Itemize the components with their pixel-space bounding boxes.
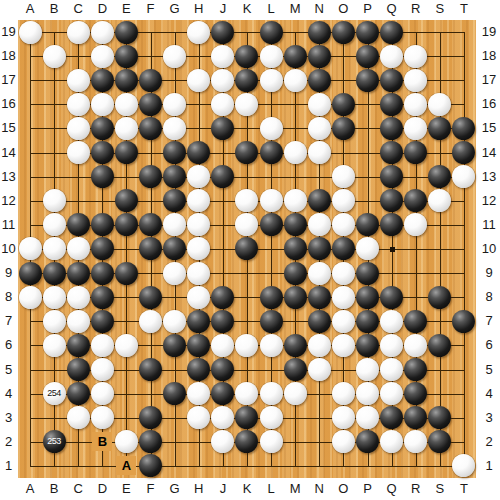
coordinate-label: 8 [479, 289, 499, 305]
coordinate-label: F [139, 1, 163, 17]
white-stone-O4 [332, 382, 355, 405]
black-stone-H6 [187, 334, 210, 357]
black-stone-L14 [260, 141, 283, 164]
white-stone-K4 [235, 382, 258, 405]
black-stone-E17 [115, 69, 138, 92]
black-stone-C4 [67, 382, 90, 405]
black-stone-P8 [356, 286, 379, 309]
white-stone-G7 [163, 310, 186, 333]
point-label-A: A [116, 456, 136, 475]
black-stone-M18 [284, 45, 307, 68]
coordinate-label: O [331, 481, 355, 497]
white-stone-H19 [187, 21, 210, 44]
white-stone-O13 [332, 165, 355, 188]
move-number: 253 [47, 437, 61, 446]
white-stone-H8 [187, 286, 210, 309]
white-stone-B18 [43, 45, 66, 68]
black-stone-L19 [260, 21, 283, 44]
coordinate-label: H [187, 481, 211, 497]
white-stone-O8 [332, 286, 355, 309]
white-stone-N16 [308, 93, 331, 116]
white-stone-R2 [404, 430, 427, 453]
coordinate-label: 6 [0, 337, 17, 353]
black-stone-F16 [139, 93, 162, 116]
black-stone-J13 [211, 165, 234, 188]
white-stone-E6 [115, 334, 138, 357]
black-stone-Q19 [380, 21, 403, 44]
white-stone-T13 [452, 165, 475, 188]
coordinate-label: 17 [479, 72, 499, 88]
white-stone-B6 [43, 334, 66, 357]
black-stone-P7 [356, 310, 379, 333]
white-stone-A10 [19, 237, 42, 260]
white-stone-B4: 254 [43, 382, 66, 405]
coordinate-label: 15 [479, 120, 499, 136]
coordinate-label: 2 [479, 434, 499, 450]
black-stone-R7 [404, 310, 427, 333]
coordinate-label: B [42, 481, 66, 497]
coordinate-label: 10 [0, 241, 17, 257]
black-stone-F11 [139, 213, 162, 236]
black-stone-K2 [235, 430, 258, 453]
coordinate-label: 14 [479, 145, 499, 161]
white-stone-H4 [187, 382, 210, 405]
coordinate-label: 3 [0, 410, 17, 426]
white-stone-J18 [211, 45, 234, 68]
white-stone-N11 [308, 213, 331, 236]
black-stone-M6 [284, 334, 307, 357]
move-number: 254 [47, 389, 61, 398]
white-stone-D16 [91, 93, 114, 116]
black-stone-R4 [404, 382, 427, 405]
black-stone-N8 [308, 286, 331, 309]
coordinate-label: G [163, 1, 187, 17]
black-stone-N10 [308, 237, 331, 260]
white-stone-T1 [452, 454, 475, 477]
coordinate-label: 7 [479, 313, 499, 329]
white-stone-J2 [211, 430, 234, 453]
black-stone-S15 [428, 117, 451, 140]
black-stone-M11 [284, 213, 307, 236]
white-stone-S16 [428, 93, 451, 116]
coordinate-label: T [452, 1, 476, 17]
white-stone-F7 [139, 310, 162, 333]
black-stone-T15 [452, 117, 475, 140]
coordinate-label: E [114, 481, 138, 497]
black-stone-B9 [43, 262, 66, 285]
coordinate-label: 9 [0, 265, 17, 281]
coordinate-label: 18 [479, 48, 499, 64]
white-stone-J17 [211, 69, 234, 92]
white-stone-G9 [163, 262, 186, 285]
white-stone-L4 [260, 382, 283, 405]
white-stone-B12 [43, 189, 66, 212]
black-stone-S8 [428, 286, 451, 309]
black-stone-P11 [356, 213, 379, 236]
black-stone-P6 [356, 334, 379, 357]
coordinate-label: G [163, 481, 187, 497]
black-stone-F10 [139, 237, 162, 260]
white-stone-D19 [91, 21, 114, 44]
black-stone-H7 [187, 310, 210, 333]
black-stone-N12 [308, 189, 331, 212]
black-stone-R5 [404, 358, 427, 381]
white-stone-R18 [404, 45, 427, 68]
coordinate-label: H [187, 1, 211, 17]
black-stone-K3 [235, 406, 258, 429]
coordinate-label: 3 [479, 410, 499, 426]
white-stone-J16 [211, 93, 234, 116]
coordinate-label: 15 [0, 120, 17, 136]
black-stone-Q14 [380, 141, 403, 164]
coordinate-label: 12 [0, 193, 17, 209]
white-stone-N5 [308, 358, 331, 381]
coordinate-label: 11 [479, 217, 499, 233]
black-stone-N18 [308, 45, 331, 68]
white-stone-B7 [43, 310, 66, 333]
black-stone-F15 [139, 117, 162, 140]
coordinate-label: 4 [479, 386, 499, 402]
black-stone-D14 [91, 141, 114, 164]
black-stone-E14 [115, 141, 138, 164]
coordinate-label: K [235, 481, 259, 497]
white-stone-A8 [19, 286, 42, 309]
coordinate-label: 4 [0, 386, 17, 402]
black-stone-E12 [115, 189, 138, 212]
black-stone-Q3 [380, 406, 403, 429]
coordinate-label: O [331, 1, 355, 17]
black-stone-T14 [452, 141, 475, 164]
black-stone-E19 [115, 21, 138, 44]
black-stone-J15 [211, 117, 234, 140]
black-stone-P2 [356, 430, 379, 453]
black-stone-M8 [284, 286, 307, 309]
coordinate-label: R [404, 481, 428, 497]
white-stone-L12 [260, 189, 283, 212]
black-stone-M5 [284, 358, 307, 381]
white-stone-C19 [67, 21, 90, 44]
white-stone-S12 [428, 189, 451, 212]
black-stone-N7 [308, 310, 331, 333]
white-stone-L6 [260, 334, 283, 357]
black-stone-R3 [404, 406, 427, 429]
white-stone-B8 [43, 286, 66, 309]
black-stone-O10 [332, 237, 355, 260]
black-stone-J5 [211, 358, 234, 381]
black-stone-Q12 [380, 189, 403, 212]
black-stone-C5 [67, 358, 90, 381]
coordinate-label: P [356, 1, 380, 17]
white-stone-R15 [404, 117, 427, 140]
black-stone-F3 [139, 406, 162, 429]
white-stone-L2 [260, 430, 283, 453]
white-stone-Q18 [380, 45, 403, 68]
black-stone-S2 [428, 430, 451, 453]
black-stone-N17 [308, 69, 331, 92]
white-stone-O12 [332, 189, 355, 212]
white-stone-K11 [235, 213, 258, 236]
black-stone-G4 [163, 382, 186, 405]
white-stone-H17 [187, 69, 210, 92]
white-stone-K16 [235, 93, 258, 116]
white-stone-Q6 [380, 334, 403, 357]
white-stone-L3 [260, 406, 283, 429]
coordinate-label: 12 [479, 193, 499, 209]
black-stone-S6 [428, 334, 451, 357]
black-stone-T7 [452, 310, 475, 333]
coordinate-label: N [307, 481, 331, 497]
coordinate-label: 8 [0, 289, 17, 305]
black-stone-O16 [332, 93, 355, 116]
white-stone-D4 [91, 382, 114, 405]
black-stone-L11 [260, 213, 283, 236]
coordinate-label: A [18, 481, 42, 497]
coordinate-label: 19 [0, 24, 17, 40]
coordinate-label: P [356, 481, 380, 497]
white-stone-H10 [187, 237, 210, 260]
white-stone-D18 [91, 45, 114, 68]
coordinate-label: 13 [0, 169, 17, 185]
black-stone-F2 [139, 430, 162, 453]
coordinate-label: 1 [0, 458, 17, 474]
coordinate-label: 16 [0, 96, 17, 112]
white-stone-H13 [187, 165, 210, 188]
coordinate-label: 11 [0, 217, 17, 233]
coordinate-label: 6 [479, 337, 499, 353]
go-game-screenshot: 254253BA AABBCCDDEEFFGGHHJJKKLLMMNNOOPPQ… [0, 0, 500, 500]
coordinate-label: A [18, 1, 42, 17]
white-stone-C16 [67, 93, 90, 116]
coordinate-label: C [66, 1, 90, 17]
star-point [390, 247, 395, 252]
black-stone-F17 [139, 69, 162, 92]
black-stone-D7 [91, 310, 114, 333]
white-stone-P5 [356, 358, 379, 381]
black-stone-R12 [404, 189, 427, 212]
white-stone-C8 [67, 286, 90, 309]
black-stone-L8 [260, 286, 283, 309]
black-stone-C6 [67, 334, 90, 357]
black-stone-D17 [91, 69, 114, 92]
white-stone-G15 [163, 117, 186, 140]
black-stone-Q17 [380, 69, 403, 92]
coordinate-label: 13 [479, 169, 499, 185]
white-stone-H11 [187, 213, 210, 236]
black-stone-D9 [91, 262, 114, 285]
black-stone-F13 [139, 165, 162, 188]
coordinate-label: M [283, 1, 307, 17]
coordinate-label: C [66, 481, 90, 497]
white-stone-M17 [284, 69, 307, 92]
white-stone-E15 [115, 117, 138, 140]
coordinate-label: N [307, 1, 331, 17]
coordinate-label: F [139, 481, 163, 497]
white-stone-R17 [404, 69, 427, 92]
black-stone-L7 [260, 310, 283, 333]
black-stone-E18 [115, 45, 138, 68]
black-stone-H5 [187, 358, 210, 381]
white-stone-R11 [404, 213, 427, 236]
coordinate-label: L [259, 481, 283, 497]
black-stone-Q16 [380, 93, 403, 116]
white-stone-Q2 [380, 430, 403, 453]
coordinate-label: J [211, 1, 235, 17]
white-stone-A19 [19, 21, 42, 44]
white-stone-E2 [115, 430, 138, 453]
coordinate-label: S [428, 1, 452, 17]
coordinate-label: J [211, 481, 235, 497]
coordinate-label: T [452, 481, 476, 497]
coordinate-label: 9 [479, 265, 499, 281]
white-stone-D6 [91, 334, 114, 357]
coordinate-label: 5 [0, 362, 17, 378]
white-stone-K6 [235, 334, 258, 357]
black-stone-Q15 [380, 117, 403, 140]
white-stone-K12 [235, 189, 258, 212]
black-stone-S13 [428, 165, 451, 188]
white-stone-Q5 [380, 358, 403, 381]
white-stone-O3 [332, 406, 355, 429]
white-stone-L15 [260, 117, 283, 140]
white-stone-N9 [308, 262, 331, 285]
white-stone-P4 [356, 382, 379, 405]
white-stone-O6 [332, 334, 355, 357]
coordinate-label: 19 [479, 24, 499, 40]
white-stone-L18 [260, 45, 283, 68]
white-stone-L17 [260, 69, 283, 92]
go-board[interactable]: 254253BA [18, 20, 476, 478]
white-stone-H3 [187, 406, 210, 429]
black-stone-K10 [235, 237, 258, 260]
coordinate-label: 2 [0, 434, 17, 450]
coordinate-label: K [235, 1, 259, 17]
black-stone-C9 [67, 262, 90, 285]
black-stone-J4 [211, 382, 234, 405]
white-stone-H9 [187, 262, 210, 285]
black-stone-F5 [139, 358, 162, 381]
coordinate-label: Q [380, 1, 404, 17]
black-stone-M10 [284, 237, 307, 260]
black-stone-K17 [235, 69, 258, 92]
coordinate-label: D [90, 1, 114, 17]
black-stone-K18 [235, 45, 258, 68]
white-stone-C17 [67, 69, 90, 92]
white-stone-G18 [163, 45, 186, 68]
black-stone-P18 [356, 45, 379, 68]
white-stone-N15 [308, 117, 331, 140]
black-stone-J19 [211, 21, 234, 44]
white-stone-P10 [356, 237, 379, 260]
white-stone-M14 [284, 141, 307, 164]
coordinate-label: 17 [0, 72, 17, 88]
coordinate-label: D [90, 481, 114, 497]
black-stone-H14 [187, 141, 210, 164]
black-stone-C11 [67, 213, 90, 236]
black-stone-D11 [91, 213, 114, 236]
black-stone-Q8 [380, 286, 403, 309]
white-stone-E16 [115, 93, 138, 116]
white-stone-Q7 [380, 310, 403, 333]
white-stone-G16 [163, 93, 186, 116]
white-stone-D5 [91, 358, 114, 381]
coordinate-label: Q [380, 481, 404, 497]
white-stone-D3 [91, 406, 114, 429]
coordinate-label: R [404, 1, 428, 17]
black-stone-D15 [91, 117, 114, 140]
black-stone-E11 [115, 213, 138, 236]
white-stone-C7 [67, 310, 90, 333]
black-stone-S3 [428, 406, 451, 429]
black-stone-P17 [356, 69, 379, 92]
white-stone-B10 [43, 237, 66, 260]
black-stone-G6 [163, 334, 186, 357]
coordinate-label: 1 [479, 458, 499, 474]
black-stone-D10 [91, 237, 114, 260]
black-stone-J8 [211, 286, 234, 309]
black-stone-G10 [163, 237, 186, 260]
coordinate-label: 16 [479, 96, 499, 112]
black-stone-F8 [139, 286, 162, 309]
black-stone-Q13 [380, 165, 403, 188]
white-stone-O2 [332, 430, 355, 453]
black-stone-Q11 [380, 213, 403, 236]
white-stone-O9 [332, 262, 355, 285]
black-stone-O15 [332, 117, 355, 140]
white-stone-N14 [308, 141, 331, 164]
coordinate-label: S [428, 481, 452, 497]
white-stone-J3 [211, 406, 234, 429]
coordinate-label: B [42, 1, 66, 17]
black-stone-P19 [356, 21, 379, 44]
white-stone-N6 [308, 334, 331, 357]
coordinate-label: M [283, 481, 307, 497]
black-stone-D8 [91, 286, 114, 309]
black-stone-F1 [139, 454, 162, 477]
coordinate-label: E [114, 1, 138, 17]
grid-line-horizontal [30, 466, 465, 467]
coordinate-label: 18 [0, 48, 17, 64]
white-stone-C10 [67, 237, 90, 260]
coordinate-label: 10 [479, 241, 499, 257]
black-stone-G14 [163, 141, 186, 164]
white-stone-C15 [67, 117, 90, 140]
black-stone-E9 [115, 262, 138, 285]
black-stone-R14 [404, 141, 427, 164]
white-stone-C3 [67, 406, 90, 429]
white-stone-R6 [404, 334, 427, 357]
black-stone-G12 [163, 189, 186, 212]
black-stone-P9 [356, 262, 379, 285]
black-stone-G13 [163, 165, 186, 188]
black-stone-K14 [235, 141, 258, 164]
white-stone-R16 [404, 93, 427, 116]
white-stone-J6 [211, 334, 234, 357]
coordinate-label: 5 [479, 362, 499, 378]
black-stone-D13 [91, 165, 114, 188]
white-stone-M12 [284, 189, 307, 212]
white-stone-O7 [332, 310, 355, 333]
black-stone-A9 [19, 262, 42, 285]
white-stone-C14 [67, 141, 90, 164]
white-stone-M4 [284, 382, 307, 405]
white-stone-P3 [356, 406, 379, 429]
coordinate-label: 7 [0, 313, 17, 329]
white-stone-O11 [332, 213, 355, 236]
white-stone-B11 [43, 213, 66, 236]
coordinate-label: L [259, 1, 283, 17]
point-label-B: B [92, 432, 112, 451]
black-stone-J7 [211, 310, 234, 333]
